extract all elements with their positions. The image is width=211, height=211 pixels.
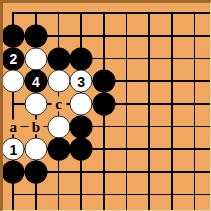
intersection-r9c7 [138, 183, 161, 206]
intersection-r7c3 [47, 138, 70, 161]
intersection-r4c9 [183, 70, 206, 93]
intersection-r9c6 [115, 183, 138, 206]
intersection-r6c6 [115, 115, 138, 138]
intersection-r4c2: 4 [25, 70, 48, 93]
intersection-r6c3 [47, 115, 70, 138]
intersection-r6c8 [161, 115, 184, 138]
intersection-r3c5 [93, 47, 116, 70]
intersection-r9c9 [183, 183, 206, 206]
intersection-r7c8 [161, 138, 184, 161]
white-stone [24, 47, 47, 70]
intersection-r6c5 [93, 115, 116, 138]
intersection-r3c8 [161, 47, 184, 70]
intersection-r9c2 [25, 183, 48, 206]
intersection-r5c8 [161, 93, 184, 116]
intersection-r6c9 [183, 115, 206, 138]
intersection-r6c4 [70, 115, 93, 138]
intersection-r9c1 [2, 183, 25, 206]
black-stone [24, 24, 47, 47]
intersection-r2c8 [161, 25, 184, 48]
intersection-r8c5 [93, 161, 116, 184]
intersection-r8c6 [115, 161, 138, 184]
intersection-r3c4 [70, 47, 93, 70]
intersection-r2c1 [2, 25, 25, 48]
white-stone [47, 115, 70, 138]
intersection-r4c7 [138, 70, 161, 93]
white-stone-3: 3 [70, 70, 93, 93]
intersection-r7c5 [93, 138, 116, 161]
white-stone [24, 138, 47, 161]
black-stone [47, 47, 70, 70]
white-stone [24, 92, 47, 115]
intersection-r2c5 [93, 25, 116, 48]
white-stone-1: 1 [2, 138, 25, 161]
intersection-r1c8 [161, 2, 184, 25]
black-stone [24, 160, 47, 183]
intersection-r2c9 [183, 25, 206, 48]
intersection-r5c1 [2, 93, 25, 116]
intersection-r6c7 [138, 115, 161, 138]
point-label-a: a [6, 119, 21, 134]
intersection-r1c6 [115, 2, 138, 25]
intersection-r2c6 [115, 25, 138, 48]
intersection-r4c4: 3 [70, 70, 93, 93]
intersection-r7c6 [115, 138, 138, 161]
intersection-r7c2 [25, 138, 48, 161]
point-label-b: b [28, 119, 43, 134]
intersection-r1c2 [25, 2, 48, 25]
intersection-r5c2 [25, 93, 48, 116]
intersection-r3c2 [25, 47, 48, 70]
black-stone [2, 160, 25, 183]
intersection-r4c6 [115, 70, 138, 93]
board-grid: 243cab1 [2, 2, 206, 206]
black-stone [70, 47, 93, 70]
intersection-r3c1: 2 [2, 47, 25, 70]
intersection-r4c5 [93, 70, 116, 93]
intersection-r1c9 [183, 2, 206, 25]
intersection-r1c1 [2, 2, 25, 25]
intersection-r8c8 [161, 161, 184, 184]
intersection-r5c5 [93, 93, 116, 116]
intersection-r8c3 [47, 161, 70, 184]
intersection-r1c4 [70, 2, 93, 25]
intersection-r5c4 [70, 93, 93, 116]
intersection-r9c3 [47, 183, 70, 206]
intersection-r7c4 [70, 138, 93, 161]
intersection-r6c1: a [2, 115, 25, 138]
intersection-r8c2 [25, 161, 48, 184]
black-stone [92, 70, 115, 93]
intersection-r8c7 [138, 161, 161, 184]
intersection-r7c9 [183, 138, 206, 161]
point-label-c: c [51, 96, 66, 111]
intersection-r3c9 [183, 47, 206, 70]
intersection-r2c3 [47, 25, 70, 48]
intersection-r9c5 [93, 183, 116, 206]
intersection-r5c7 [138, 93, 161, 116]
intersection-r2c2 [25, 25, 48, 48]
black-stone-2: 2 [2, 47, 25, 70]
black-stone [92, 92, 115, 115]
intersection-r6c2: b [25, 115, 48, 138]
intersection-r3c7 [138, 47, 161, 70]
intersection-r5c6 [115, 93, 138, 116]
intersection-r2c7 [138, 25, 161, 48]
intersection-r3c6 [115, 47, 138, 70]
intersection-r7c1: 1 [2, 138, 25, 161]
intersection-r5c9 [183, 93, 206, 116]
black-stone-4: 4 [24, 70, 47, 93]
black-stone [70, 115, 93, 138]
black-stone [2, 24, 25, 47]
intersection-r4c8 [161, 70, 184, 93]
black-stone [70, 138, 93, 161]
intersection-r1c7 [138, 2, 161, 25]
intersection-r8c1 [2, 161, 25, 184]
intersection-r1c5 [93, 2, 116, 25]
intersection-r4c1 [2, 70, 25, 93]
intersection-r9c8 [161, 183, 184, 206]
white-stone [2, 70, 25, 93]
intersection-r2c4 [70, 25, 93, 48]
intersection-r9c4 [70, 183, 93, 206]
intersection-r8c9 [183, 161, 206, 184]
intersection-r5c3: c [47, 93, 70, 116]
intersection-r3c3 [47, 47, 70, 70]
go-board-diagram: 243cab1 [0, 0, 211, 211]
black-stone [47, 138, 70, 161]
intersection-r1c3 [47, 2, 70, 25]
intersection-r7c7 [138, 138, 161, 161]
intersection-r4c3 [47, 70, 70, 93]
intersection-r8c4 [70, 161, 93, 184]
white-stone [47, 70, 70, 93]
white-stone [70, 92, 93, 115]
